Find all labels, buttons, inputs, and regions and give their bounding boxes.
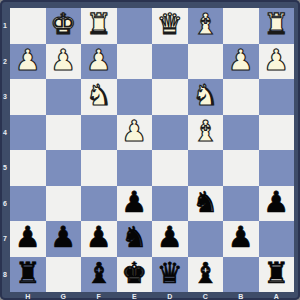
square-d8[interactable]: ♛ xyxy=(152,257,188,293)
file-label-e: E xyxy=(117,292,153,300)
square-b3[interactable] xyxy=(223,79,259,115)
square-g5[interactable] xyxy=(46,150,82,186)
white-pawn: ♟ xyxy=(121,114,147,150)
square-c1[interactable]: ♝ xyxy=(188,8,224,44)
square-h8[interactable]: ♜ xyxy=(10,257,46,293)
square-b1[interactable] xyxy=(223,8,259,44)
chess-board-frame: 12345678 HGFEDCBA ♚♜♛♝♜♟♟♟♟♟♞♞♟♝♟♞♟♟♟♟♞♟… xyxy=(0,0,300,300)
square-e5[interactable] xyxy=(117,150,153,186)
square-g1[interactable]: ♚ xyxy=(46,8,82,44)
file-label-d: D xyxy=(152,292,188,300)
square-e3[interactable] xyxy=(117,79,153,115)
square-h1[interactable] xyxy=(10,8,46,44)
square-e7[interactable]: ♞ xyxy=(117,221,153,257)
file-label-f: F xyxy=(81,292,117,300)
square-f8[interactable]: ♝ xyxy=(81,257,117,293)
white-knight: ♞ xyxy=(192,78,218,114)
square-d2[interactable] xyxy=(152,44,188,80)
white-king: ♚ xyxy=(50,7,76,43)
square-h6[interactable] xyxy=(10,186,46,222)
file-label-h: H xyxy=(10,292,46,300)
square-f6[interactable] xyxy=(81,186,117,222)
square-a8[interactable]: ♜ xyxy=(259,257,295,293)
square-a5[interactable] xyxy=(259,150,295,186)
square-h7[interactable]: ♟ xyxy=(10,221,46,257)
square-e8[interactable]: ♚ xyxy=(117,257,153,293)
square-d6[interactable] xyxy=(152,186,188,222)
file-label-g: G xyxy=(46,292,82,300)
square-d7[interactable]: ♟ xyxy=(152,221,188,257)
square-h4[interactable] xyxy=(10,115,46,151)
black-knight: ♞ xyxy=(192,185,218,221)
square-g3[interactable] xyxy=(46,79,82,115)
rank-label-1: 1 xyxy=(0,8,10,44)
square-b4[interactable] xyxy=(223,115,259,151)
black-queen: ♛ xyxy=(157,256,183,292)
square-d4[interactable] xyxy=(152,115,188,151)
rank-label-6: 6 xyxy=(0,186,10,222)
square-g7[interactable]: ♟ xyxy=(46,221,82,257)
file-label-b: B xyxy=(223,292,259,300)
file-label-c: C xyxy=(188,292,224,300)
white-pawn: ♟ xyxy=(50,43,76,79)
black-pawn: ♟ xyxy=(121,185,147,221)
square-b6[interactable] xyxy=(223,186,259,222)
white-knight: ♞ xyxy=(86,78,112,114)
square-b8[interactable] xyxy=(223,257,259,293)
square-g2[interactable]: ♟ xyxy=(46,44,82,80)
white-rook: ♜ xyxy=(263,7,289,43)
rank-label-4: 4 xyxy=(0,115,10,151)
square-f5[interactable] xyxy=(81,150,117,186)
square-h3[interactable] xyxy=(10,79,46,115)
square-d5[interactable] xyxy=(152,150,188,186)
rank-label-8: 8 xyxy=(0,257,10,293)
black-pawn: ♟ xyxy=(86,220,112,256)
square-d1[interactable]: ♛ xyxy=(152,8,188,44)
rank-label-5: 5 xyxy=(0,150,10,186)
black-pawn: ♟ xyxy=(15,220,41,256)
black-king: ♚ xyxy=(121,256,147,292)
black-pawn: ♟ xyxy=(50,220,76,256)
black-rook: ♜ xyxy=(263,256,289,292)
square-g6[interactable] xyxy=(46,186,82,222)
square-c3[interactable]: ♞ xyxy=(188,79,224,115)
square-f7[interactable]: ♟ xyxy=(81,221,117,257)
square-e1[interactable] xyxy=(117,8,153,44)
white-pawn: ♟ xyxy=(86,43,112,79)
black-bishop: ♝ xyxy=(86,256,112,292)
black-rook: ♜ xyxy=(15,256,41,292)
black-pawn: ♟ xyxy=(157,220,183,256)
square-b7[interactable]: ♟ xyxy=(223,221,259,257)
square-a1[interactable]: ♜ xyxy=(259,8,295,44)
square-f4[interactable] xyxy=(81,115,117,151)
square-h5[interactable] xyxy=(10,150,46,186)
white-pawn: ♟ xyxy=(228,43,254,79)
chess-board: ♚♜♛♝♜♟♟♟♟♟♞♞♟♝♟♞♟♟♟♟♞♟♟♜♝♚♛♝♜ xyxy=(10,8,294,292)
square-d3[interactable] xyxy=(152,79,188,115)
square-f1[interactable]: ♜ xyxy=(81,8,117,44)
white-bishop: ♝ xyxy=(192,114,218,150)
square-c7[interactable] xyxy=(188,221,224,257)
white-bishop: ♝ xyxy=(192,7,218,43)
square-a2[interactable]: ♟ xyxy=(259,44,295,80)
file-label-a: A xyxy=(259,292,295,300)
black-knight: ♞ xyxy=(121,220,147,256)
square-e6[interactable]: ♟ xyxy=(117,186,153,222)
square-g4[interactable] xyxy=(46,115,82,151)
white-pawn: ♟ xyxy=(15,43,41,79)
square-e2[interactable] xyxy=(117,44,153,80)
square-g8[interactable] xyxy=(46,257,82,293)
square-h2[interactable]: ♟ xyxy=(10,44,46,80)
square-c6[interactable]: ♞ xyxy=(188,186,224,222)
black-bishop: ♝ xyxy=(192,256,218,292)
white-queen: ♛ xyxy=(157,7,183,43)
square-a6[interactable]: ♟ xyxy=(259,186,295,222)
square-b5[interactable] xyxy=(223,150,259,186)
square-b2[interactable]: ♟ xyxy=(223,44,259,80)
square-a3[interactable] xyxy=(259,79,295,115)
square-c5[interactable] xyxy=(188,150,224,186)
square-a7[interactable] xyxy=(259,221,295,257)
square-f3[interactable]: ♞ xyxy=(81,79,117,115)
square-a4[interactable] xyxy=(259,115,295,151)
white-rook: ♜ xyxy=(86,7,112,43)
rank-label-7: 7 xyxy=(0,221,10,257)
square-e4[interactable]: ♟ xyxy=(117,115,153,151)
square-c8[interactable]: ♝ xyxy=(188,257,224,293)
square-c4[interactable]: ♝ xyxy=(188,115,224,151)
square-c2[interactable] xyxy=(188,44,224,80)
black-pawn: ♟ xyxy=(263,185,289,221)
square-f2[interactable]: ♟ xyxy=(81,44,117,80)
rank-label-2: 2 xyxy=(0,44,10,80)
rank-label-3: 3 xyxy=(0,79,10,115)
white-pawn: ♟ xyxy=(263,43,289,79)
black-pawn: ♟ xyxy=(228,220,254,256)
